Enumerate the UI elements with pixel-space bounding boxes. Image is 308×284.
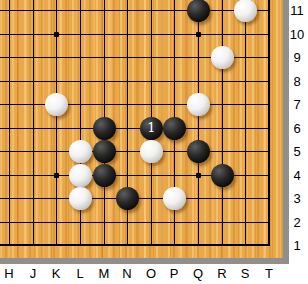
star-point-k10 — [54, 32, 59, 37]
go-app-screen: 1 HJKLMNOPQRST 1110987654321 — [0, 0, 308, 284]
col-label-k: K — [47, 266, 65, 281]
col-label-h: H — [0, 266, 18, 281]
grid-line-col-s — [245, 0, 246, 246]
col-label-l: L — [71, 266, 89, 281]
stone-white-l3[interactable] — [69, 187, 92, 210]
grid-line-col-j — [33, 0, 34, 246]
star-point-q4 — [196, 173, 201, 178]
grid-line-row-5 — [0, 151, 270, 152]
star-point-q10 — [196, 32, 201, 37]
col-label-p: P — [165, 266, 183, 281]
stone-white-q7[interactable] — [187, 93, 210, 116]
grid-line-col-t — [268, 0, 270, 246]
stone-white-l4[interactable] — [69, 164, 92, 187]
col-label-n: N — [118, 266, 136, 281]
stone-black-r4[interactable] — [211, 164, 234, 187]
col-label-j: J — [24, 266, 42, 281]
col-label-o: O — [142, 266, 160, 281]
col-label-m: M — [95, 266, 113, 281]
stone-black-q11[interactable] — [187, 0, 210, 22]
grid-line-col-r — [222, 0, 223, 246]
stone-white-k7[interactable] — [45, 93, 68, 116]
stone-black-m6[interactable] — [93, 117, 116, 140]
grid-line-row-6 — [0, 128, 270, 129]
board-bottom-edge-strip — [0, 258, 289, 264]
stone-black-q5[interactable] — [187, 140, 210, 163]
grid-line-row-8 — [0, 81, 270, 82]
stone-white-l5[interactable] — [69, 140, 92, 163]
grid-line-row-1 — [0, 244, 270, 246]
col-label-t: T — [260, 266, 278, 281]
row-label-6: 6 — [288, 121, 306, 136]
row-label-5: 5 — [288, 144, 306, 159]
move-number-label: 1 — [147, 121, 155, 134]
col-label-q: Q — [189, 266, 207, 281]
stone-black-o6[interactable]: 1 — [140, 117, 163, 140]
row-label-7: 7 — [288, 97, 306, 112]
stone-black-n3[interactable] — [116, 187, 139, 210]
stone-black-p6[interactable] — [163, 117, 186, 140]
stone-white-s11[interactable] — [234, 0, 257, 22]
stone-white-r9[interactable] — [211, 46, 234, 69]
row-label-10: 10 — [288, 27, 306, 42]
stone-white-o5[interactable] — [140, 140, 163, 163]
row-label-2: 2 — [288, 215, 306, 230]
row-label-1: 1 — [288, 238, 306, 253]
star-point-k4 — [54, 173, 59, 178]
row-label-4: 4 — [288, 168, 306, 183]
grid-line-col-h — [9, 0, 10, 246]
stone-white-p3[interactable] — [163, 187, 186, 210]
stone-black-m5[interactable] — [93, 140, 116, 163]
go-board[interactable]: 1 — [0, 0, 283, 258]
grid-line-row-2 — [0, 222, 270, 223]
row-label-8: 8 — [288, 74, 306, 89]
row-label-3: 3 — [288, 191, 306, 206]
grid-line-row-11 — [0, 10, 270, 11]
col-label-r: R — [213, 266, 231, 281]
col-label-s: S — [236, 266, 254, 281]
grid-line-row-10 — [0, 34, 270, 35]
stone-black-m4[interactable] — [93, 164, 116, 187]
grid-line-row-7 — [0, 104, 270, 105]
row-label-9: 9 — [288, 50, 306, 65]
row-label-11: 11 — [288, 3, 306, 18]
